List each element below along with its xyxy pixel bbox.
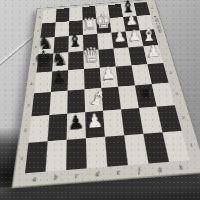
square-c4 [68, 69, 85, 91]
square-d2: ♟ [85, 111, 105, 138]
square-g3: ♜ [135, 84, 157, 108]
piece-white-queen: ♛ [81, 44, 101, 66]
square-e1 [105, 135, 128, 166]
square-b8 [56, 8, 70, 22]
square-c2: ♟ [67, 112, 86, 140]
file-label: c [66, 168, 87, 182]
piece-white-pawn: ♟ [101, 65, 117, 83]
square-d1 [86, 137, 107, 168]
file-label: d [87, 167, 109, 181]
chessboard: ♝♜♚♟♞♝♟♟♝♚♞♛♟♟♟♝♜♟♟❖ 87654321 87654321 a… [13, 0, 200, 187]
piece-white-rook: ♜ [82, 16, 97, 33]
piece-white-pawn: ♟ [85, 111, 103, 131]
piece-white-pawn: ♟ [112, 29, 126, 45]
file-label: e [107, 165, 129, 179]
piece-black-rook: ♜ [136, 83, 155, 104]
square-h5: ♟ [143, 45, 163, 64]
piece-black-pawn: ♟ [67, 113, 85, 133]
piece-white-pawn: ♟ [127, 28, 141, 44]
square-b4: ♟ [51, 70, 68, 92]
piece-black-pawn: ♟ [51, 69, 67, 87]
file-label: g [148, 162, 171, 176]
square-d7: ♜ [83, 19, 98, 35]
square-b3 [49, 91, 67, 115]
square-c8 [69, 7, 83, 21]
square-e4: ♟ [100, 67, 118, 88]
photo-scene: ♝♜♚♟♞♝♟♟♝♚♞♛♟♟♟♝♜♟♟❖ 87654321 87654321 a… [0, 0, 200, 200]
square-d5: ♛ [83, 50, 99, 69]
square-b2 [48, 114, 68, 142]
file-label: h [169, 160, 193, 174]
piece-white-pawn: ♟ [146, 43, 161, 60]
square-a3 [31, 92, 50, 116]
square-e7: ♚ [96, 18, 111, 34]
file-label: b [45, 170, 66, 184]
board-grid: ♝♜♚♟♞♝♟♟♝♚♞♛♟♟♟♝♜♟♟❖ [25, 2, 190, 173]
square-f6: ♟ [111, 32, 128, 49]
file-label: f [128, 163, 151, 177]
square-a4 [34, 72, 52, 94]
square-a2 [28, 115, 49, 143]
square-a1 [25, 141, 48, 173]
square-b1 [46, 140, 67, 172]
square-a8 [42, 9, 56, 23]
square-c1 [66, 138, 87, 170]
file-label: a [23, 172, 45, 187]
piece-black-knight: ♞ [51, 49, 69, 69]
